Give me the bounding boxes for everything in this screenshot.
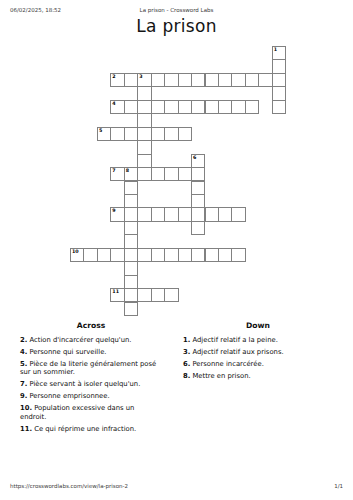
across-clues-list: 2. Action d'incarcérer quelqu'un.4. Pers… bbox=[20, 336, 162, 434]
clue-across-9: 9. Personne emprisonnee. bbox=[20, 392, 162, 401]
clue-text: Personne emprisonnee. bbox=[27, 392, 109, 400]
clue-text: Personne incarcérée. bbox=[190, 360, 263, 368]
grid-cell-r15c3[interactable] bbox=[110, 248, 124, 262]
grid-cell-r18c3[interactable]: 11 bbox=[110, 288, 124, 302]
grid-cell-r2c5[interactable]: 3 bbox=[137, 73, 151, 87]
grid-cell-r15c4[interactable] bbox=[124, 248, 138, 262]
grid-cell-r6c4[interactable] bbox=[124, 127, 138, 141]
grid-cell-r4c4[interactable] bbox=[124, 100, 138, 114]
grid-cell-r3c5[interactable] bbox=[137, 86, 151, 100]
grid-cell-r16c4[interactable] bbox=[124, 261, 138, 275]
grid-cell-r12c10[interactable] bbox=[205, 207, 219, 221]
grid-cell-r8c9[interactable]: 6 bbox=[191, 154, 205, 168]
clue-down-1: 1. Adjectif relatif a la peine. bbox=[183, 336, 333, 345]
clue-number-1: 1 bbox=[274, 47, 277, 53]
grid-cell-r6c6[interactable] bbox=[151, 127, 165, 141]
grid-cell-r4c7[interactable] bbox=[164, 100, 178, 114]
grid-cell-r12c12[interactable] bbox=[231, 207, 245, 221]
clue-across-10: 10. Population excessive dans un endroit… bbox=[20, 404, 162, 421]
grid-cell-r11c4[interactable] bbox=[124, 194, 138, 208]
clue-text: Population excessive dans un endroit. bbox=[20, 404, 134, 421]
grid-cell-r17c4[interactable] bbox=[124, 275, 138, 289]
grid-cell-r2c14[interactable] bbox=[258, 73, 272, 87]
grid-cell-r4c11[interactable] bbox=[218, 100, 232, 114]
grid-cell-r4c8[interactable] bbox=[178, 100, 192, 114]
grid-cell-r10c9[interactable] bbox=[191, 181, 205, 195]
grid-cell-r1c15[interactable] bbox=[272, 59, 286, 73]
grid-cell-r2c10[interactable] bbox=[205, 73, 219, 87]
grid-cell-r15c12[interactable] bbox=[231, 248, 245, 262]
clue-number-5: 5 bbox=[99, 128, 102, 134]
grid-cell-r5c5[interactable] bbox=[137, 113, 151, 127]
grid-cell-r6c2[interactable]: 5 bbox=[97, 127, 111, 141]
grid-cell-r9c9[interactable] bbox=[191, 167, 205, 181]
grid-cell-r15c2[interactable] bbox=[97, 248, 111, 262]
clue-text: Mettre en prison. bbox=[190, 372, 250, 380]
grid-cell-r13c4[interactable] bbox=[124, 221, 138, 235]
grid-cell-r3c15[interactable] bbox=[272, 86, 286, 100]
clue-number-10: 10 bbox=[72, 249, 79, 255]
clue-across-5: 5. Pièce de la literie généralement posé… bbox=[20, 360, 162, 377]
grid-cell-r2c7[interactable] bbox=[164, 73, 178, 87]
clue-down-8: 8. Mettre en prison. bbox=[183, 372, 333, 381]
page-number: 1/1 bbox=[334, 483, 343, 489]
down-clues-list: 1. Adjectif relatif a la peine.3. Adject… bbox=[183, 336, 333, 381]
grid-cell-r2c3[interactable]: 2 bbox=[110, 73, 124, 87]
source-url: https://crosswordlabs.com/view/la-prison… bbox=[10, 483, 128, 489]
grid-cell-r9c6[interactable] bbox=[151, 167, 165, 181]
grid-cell-r4c5[interactable] bbox=[137, 100, 151, 114]
grid-cell-r12c6[interactable] bbox=[151, 207, 165, 221]
grid-cell-r4c10[interactable] bbox=[205, 100, 219, 114]
grid-cell-r6c3[interactable] bbox=[110, 127, 124, 141]
clue-down-3: 3. Adjectif relatif aux prisons. bbox=[183, 348, 333, 357]
clue-number-8: 8 bbox=[126, 168, 129, 174]
clue-across-11: 11. Ce qui réprime une infraction. bbox=[20, 425, 162, 434]
grid-cell-r2c4[interactable] bbox=[124, 73, 138, 87]
crossword-grid: 1234567891011 bbox=[70, 46, 285, 315]
grid-cell-r6c7[interactable] bbox=[164, 127, 178, 141]
grid-cell-r2c13[interactable] bbox=[245, 73, 259, 87]
clue-text: Pièce servant à isoler quelqu'un. bbox=[27, 380, 140, 388]
clue-down-6: 6. Personne incarcérée. bbox=[183, 360, 333, 369]
puzzle-title: La prison bbox=[0, 16, 353, 36]
grid-cell-r2c15[interactable] bbox=[272, 73, 286, 87]
print-page: 06/02/2025, 18:52 La prison - Crossword … bbox=[0, 0, 353, 500]
grid-cell-r4c12[interactable] bbox=[231, 100, 245, 114]
grid-cell-r13c9[interactable] bbox=[191, 221, 205, 235]
grid-cell-r14c4[interactable] bbox=[124, 234, 138, 248]
clue-text: Personne qui surveille. bbox=[27, 348, 106, 356]
grid-cell-r2c6[interactable] bbox=[151, 73, 165, 87]
grid-cell-r12c9[interactable] bbox=[191, 207, 205, 221]
grid-cell-r15c9[interactable] bbox=[191, 248, 205, 262]
document-title: La prison - Crossword Labs bbox=[0, 7, 353, 13]
grid-cell-r19c4[interactable] bbox=[124, 302, 138, 316]
grid-cell-r4c3[interactable]: 4 bbox=[110, 100, 124, 114]
grid-cell-r15c1[interactable] bbox=[83, 248, 97, 262]
clue-number-11: 11 bbox=[112, 289, 119, 295]
clue-text: Adjectif relatif aux prisons. bbox=[190, 348, 283, 356]
grid-cell-r10c4[interactable] bbox=[124, 181, 138, 195]
grid-cell-r15c0[interactable]: 10 bbox=[70, 248, 84, 262]
clue-text: Ce qui réprime une infraction. bbox=[32, 425, 136, 433]
clue-text: Action d'incarcérer quelqu'un. bbox=[27, 336, 131, 344]
clue-across-7: 7. Pièce servant à isoler quelqu'un. bbox=[20, 380, 162, 389]
grid-cell-r9c8[interactable] bbox=[178, 167, 192, 181]
clue-text: Adjectif relatif a la peine. bbox=[190, 336, 277, 344]
grid-cell-r2c8[interactable] bbox=[178, 73, 192, 87]
grid-cell-r11c9[interactable] bbox=[191, 194, 205, 208]
clue-across-4: 4. Personne qui surveille. bbox=[20, 348, 162, 357]
grid-cell-r2c11[interactable] bbox=[218, 73, 232, 87]
clue-number-label: 10. bbox=[20, 404, 32, 412]
grid-cell-r4c6[interactable] bbox=[151, 100, 165, 114]
grid-cell-r7c5[interactable] bbox=[137, 140, 151, 154]
grid-cell-r18c5[interactable] bbox=[137, 288, 151, 302]
grid-cell-r12c8[interactable] bbox=[178, 207, 192, 221]
grid-cell-r12c11[interactable] bbox=[218, 207, 232, 221]
across-heading: Across bbox=[20, 322, 162, 331]
grid-cell-r2c9[interactable] bbox=[191, 73, 205, 87]
grid-cell-r12c7[interactable] bbox=[164, 207, 178, 221]
across-clues-column: Across 2. Action d'incarcérer quelqu'un.… bbox=[20, 322, 162, 437]
grid-cell-r9c5[interactable] bbox=[137, 167, 151, 181]
clue-number-label: 11. bbox=[20, 425, 32, 433]
down-clues-column: Down 1. Adjectif relatif a la peine.3. A… bbox=[183, 322, 333, 384]
grid-cell-r15c7[interactable] bbox=[164, 248, 178, 262]
clue-number-9: 9 bbox=[112, 208, 115, 214]
grid-cell-r18c6[interactable] bbox=[151, 288, 165, 302]
grid-cell-r15c10[interactable] bbox=[205, 248, 219, 262]
clue-number-2: 2 bbox=[112, 74, 115, 80]
grid-cell-r15c8[interactable] bbox=[178, 248, 192, 262]
clue-number-3: 3 bbox=[139, 74, 142, 80]
clue-number-7: 7 bbox=[112, 168, 115, 174]
grid-cell-r18c4[interactable] bbox=[124, 288, 138, 302]
grid-cell-r15c11[interactable] bbox=[218, 248, 232, 262]
clue-number-4: 4 bbox=[112, 101, 115, 107]
grid-cell-r12c4[interactable] bbox=[124, 207, 138, 221]
grid-cell-r15c5[interactable] bbox=[137, 248, 151, 262]
grid-cell-r8c5[interactable] bbox=[137, 154, 151, 168]
down-heading: Down bbox=[183, 322, 333, 331]
grid-cell-r12c3[interactable]: 9 bbox=[110, 207, 124, 221]
grid-cell-r9c4[interactable]: 8 bbox=[124, 167, 138, 181]
grid-cell-r9c7[interactable] bbox=[164, 167, 178, 181]
grid-cell-r9c3[interactable]: 7 bbox=[110, 167, 124, 181]
clue-number-6: 6 bbox=[193, 155, 196, 161]
grid-cell-r0c15[interactable]: 1 bbox=[272, 46, 286, 60]
clue-across-2: 2. Action d'incarcérer quelqu'un. bbox=[20, 336, 162, 345]
grid-cell-r6c5[interactable] bbox=[137, 127, 151, 141]
grid-cell-r12c5[interactable] bbox=[137, 207, 151, 221]
grid-cell-r6c8[interactable] bbox=[178, 127, 192, 141]
grid-cell-r18c7[interactable] bbox=[164, 288, 178, 302]
grid-cell-r4c13[interactable] bbox=[245, 100, 259, 114]
grid-cell-r2c12[interactable] bbox=[231, 73, 245, 87]
grid-cell-r4c15[interactable] bbox=[272, 100, 286, 114]
grid-cell-r4c9[interactable] bbox=[191, 100, 205, 114]
grid-cell-r15c6[interactable] bbox=[151, 248, 165, 262]
clue-text: Pièce de la literie généralement posé su… bbox=[20, 360, 156, 377]
